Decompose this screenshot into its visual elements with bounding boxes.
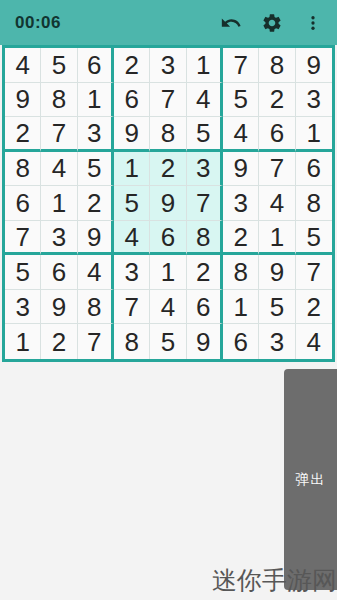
overflow-menu-button[interactable] (301, 11, 325, 35)
watermark-text: 迷你手游网 (212, 564, 337, 597)
popout-label: 弹出 (296, 471, 326, 489)
sudoku-cell-r2c2[interactable]: 8 (41, 83, 77, 118)
sudoku-cell-r2c6[interactable]: 4 (187, 83, 223, 118)
sudoku-cell-r9c2[interactable]: 2 (41, 324, 77, 359)
sudoku-cell-r9c7[interactable]: 6 (223, 324, 259, 359)
sudoku-cell-r7c4[interactable]: 3 (114, 255, 150, 290)
sudoku-cell-r2c8[interactable]: 2 (259, 83, 295, 118)
settings-button[interactable] (260, 11, 284, 35)
sudoku-cell-r5c9[interactable]: 8 (296, 186, 332, 221)
sudoku-cell-r6c2[interactable]: 3 (41, 221, 77, 256)
sudoku-cell-r3c7[interactable]: 4 (223, 117, 259, 152)
sudoku-cell-r7c2[interactable]: 6 (41, 255, 77, 290)
sudoku-cell-r5c2[interactable]: 1 (41, 186, 77, 221)
sudoku-cell-r5c8[interactable]: 4 (259, 186, 295, 221)
sudoku-cell-r1c3[interactable]: 6 (78, 48, 114, 83)
undo-button[interactable] (219, 11, 243, 35)
sudoku-cell-r8c4[interactable]: 7 (114, 290, 150, 325)
sudoku-cell-r4c5[interactable]: 2 (150, 152, 186, 187)
settings-gear-icon (261, 12, 283, 34)
sudoku-cell-r1c9[interactable]: 9 (296, 48, 332, 83)
undo-icon (220, 12, 242, 34)
sudoku-cell-r1c4[interactable]: 2 (114, 48, 150, 83)
sudoku-cell-r9c1[interactable]: 1 (5, 324, 41, 359)
sudoku-cell-r9c8[interactable]: 3 (259, 324, 295, 359)
overflow-menu-icon (304, 14, 322, 32)
sudoku-cell-r3c4[interactable]: 9 (114, 117, 150, 152)
sudoku-cell-r8c9[interactable]: 2 (296, 290, 332, 325)
sudoku-cell-r3c2[interactable]: 7 (41, 117, 77, 152)
sudoku-cell-r3c1[interactable]: 2 (5, 117, 41, 152)
sudoku-cell-r1c5[interactable]: 3 (150, 48, 186, 83)
sudoku-cell-r2c4[interactable]: 6 (114, 83, 150, 118)
sudoku-cell-r6c1[interactable]: 7 (5, 221, 41, 256)
sudoku-cell-r2c7[interactable]: 5 (223, 83, 259, 118)
sudoku-cell-r1c2[interactable]: 5 (41, 48, 77, 83)
sudoku-cell-r1c6[interactable]: 1 (187, 48, 223, 83)
sudoku-cell-r1c8[interactable]: 8 (259, 48, 295, 83)
sudoku-cell-r9c5[interactable]: 5 (150, 324, 186, 359)
sudoku-cell-r9c6[interactable]: 9 (187, 324, 223, 359)
sudoku-cell-r5c3[interactable]: 2 (78, 186, 114, 221)
sudoku-cell-r3c3[interactable]: 3 (78, 117, 114, 152)
sudoku-cell-r6c8[interactable]: 1 (259, 221, 295, 256)
sudoku-cell-r5c7[interactable]: 3 (223, 186, 259, 221)
sudoku-cell-r2c5[interactable]: 7 (150, 83, 186, 118)
sudoku-cell-r1c7[interactable]: 7 (223, 48, 259, 83)
sudoku-cell-r4c4[interactable]: 1 (114, 152, 150, 187)
sudoku-cell-r6c6[interactable]: 8 (187, 221, 223, 256)
sudoku-cell-r8c7[interactable]: 1 (223, 290, 259, 325)
sudoku-cell-r8c3[interactable]: 8 (78, 290, 114, 325)
sudoku-cell-r7c6[interactable]: 2 (187, 255, 223, 290)
app-bar: 00:06 (0, 0, 337, 45)
sudoku-cell-r1c1[interactable]: 4 (5, 48, 41, 83)
sudoku-cell-r6c5[interactable]: 6 (150, 221, 186, 256)
sudoku-cell-r6c7[interactable]: 2 (223, 221, 259, 256)
sudoku-cell-r8c2[interactable]: 9 (41, 290, 77, 325)
sudoku-cell-r8c8[interactable]: 5 (259, 290, 295, 325)
sudoku-cell-r7c1[interactable]: 5 (5, 255, 41, 290)
sudoku-cell-r9c4[interactable]: 8 (114, 324, 150, 359)
sudoku-cell-r5c6[interactable]: 7 (187, 186, 223, 221)
sudoku-cell-r3c6[interactable]: 5 (187, 117, 223, 152)
sudoku-cell-r3c5[interactable]: 8 (150, 117, 186, 152)
sudoku-cell-r4c8[interactable]: 7 (259, 152, 295, 187)
popout-handle[interactable]: 弹出 (284, 369, 337, 590)
timer-display: 00:06 (15, 13, 61, 33)
sudoku-cell-r4c2[interactable]: 4 (41, 152, 77, 187)
sudoku-cell-r8c5[interactable]: 4 (150, 290, 186, 325)
sudoku-cell-r9c9[interactable]: 4 (296, 324, 332, 359)
sudoku-cell-r6c4[interactable]: 4 (114, 221, 150, 256)
sudoku-cell-r7c3[interactable]: 4 (78, 255, 114, 290)
sudoku-cell-r2c1[interactable]: 9 (5, 83, 41, 118)
sudoku-cell-r2c9[interactable]: 3 (296, 83, 332, 118)
sudoku-cell-r4c1[interactable]: 8 (5, 152, 41, 187)
sudoku-cell-r3c9[interactable]: 1 (296, 117, 332, 152)
sudoku-cell-r5c1[interactable]: 6 (5, 186, 41, 221)
sudoku-cell-r9c3[interactable]: 7 (78, 324, 114, 359)
sudoku-cell-r7c7[interactable]: 8 (223, 255, 259, 290)
sudoku-cell-r5c4[interactable]: 5 (114, 186, 150, 221)
sudoku-cell-r7c8[interactable]: 9 (259, 255, 295, 290)
sudoku-cell-r6c9[interactable]: 5 (296, 221, 332, 256)
sudoku-cell-r7c5[interactable]: 1 (150, 255, 186, 290)
sudoku-cell-r4c6[interactable]: 3 (187, 152, 223, 187)
sudoku-cell-r6c3[interactable]: 9 (78, 221, 114, 256)
sudoku-cell-r7c9[interactable]: 7 (296, 255, 332, 290)
sudoku-cell-r5c5[interactable]: 9 (150, 186, 186, 221)
sudoku-cell-r4c3[interactable]: 5 (78, 152, 114, 187)
sudoku-board: 4562317899816745232739854618451239766125… (2, 45, 335, 362)
sudoku-cell-r8c1[interactable]: 3 (5, 290, 41, 325)
sudoku-cell-r2c3[interactable]: 1 (78, 83, 114, 118)
sudoku-cell-r8c6[interactable]: 6 (187, 290, 223, 325)
sudoku-cell-r4c7[interactable]: 9 (223, 152, 259, 187)
sudoku-cell-r4c9[interactable]: 6 (296, 152, 332, 187)
sudoku-cell-r3c8[interactable]: 6 (259, 117, 295, 152)
